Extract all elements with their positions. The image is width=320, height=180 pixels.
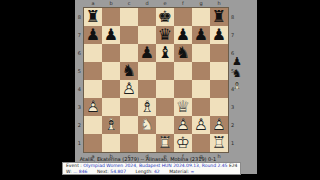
next-label: Next: (97, 169, 109, 174)
white-pawn-icon: ♙ (120, 80, 138, 98)
square-g3[interactable] (192, 98, 210, 116)
black-pawn-icon: ♟ (138, 44, 156, 62)
square-h3[interactable] (210, 98, 228, 116)
square-h1[interactable]: ♜♖ (210, 134, 228, 152)
square-b3[interactable] (102, 98, 120, 116)
square-f3[interactable]: ♛♕ (174, 98, 192, 116)
white-bishop-icon: ♗ (138, 98, 156, 116)
square-e6[interactable]: ♝ (156, 44, 174, 62)
white-piece-fill: ♟ (192, 116, 210, 134)
square-c8[interactable] (120, 8, 138, 26)
square-d1[interactable] (138, 134, 156, 152)
square-d4[interactable] (138, 80, 156, 98)
square-b1[interactable] (102, 134, 120, 152)
white-knight-icon: ♘ (138, 116, 156, 134)
white-bishop-icon: ♗ (102, 116, 120, 134)
white-rook-icon: ♖ (156, 134, 174, 152)
square-f8[interactable] (174, 8, 192, 26)
square-h6[interactable] (210, 44, 228, 62)
square-b5[interactable] (102, 62, 120, 80)
white-piece-fill: ♚ (174, 134, 192, 152)
square-e5[interactable] (156, 62, 174, 80)
white-piece-fill: ♝ (102, 116, 120, 134)
square-g5[interactable] (192, 62, 210, 80)
square-c7[interactable] (120, 26, 138, 44)
video-frame: abcdefgh abcdefgh 87654321 87654321 ♜♚♜♟… (0, 0, 320, 180)
square-d7[interactable] (138, 26, 156, 44)
white-pawn-icon: ♙ (210, 116, 228, 134)
square-h8[interactable]: ♜ (210, 8, 228, 26)
length-label: Length: (136, 169, 153, 174)
square-f6[interactable]: ♞ (174, 44, 192, 62)
square-h5[interactable] (210, 62, 228, 80)
white-stat-value: ... 846 (73, 169, 87, 174)
square-e7[interactable]: ♛ (156, 26, 174, 44)
rank-label-8: 8 (230, 8, 239, 26)
black-knight-icon: ♞ (120, 62, 138, 80)
rank-labels-left: 87654321 (74, 8, 83, 152)
rank-label-5: 5 (74, 62, 83, 80)
square-h4[interactable] (210, 80, 228, 98)
square-c5[interactable]: ♞ (120, 62, 138, 80)
stats-line: W: ... 846 Next: 54.807 Length: 42 Mater… (66, 169, 237, 175)
rank-label-1: 1 (74, 134, 83, 152)
file-label-f: f (174, 0, 192, 7)
square-e2[interactable] (156, 116, 174, 134)
square-e8[interactable]: ♚ (156, 8, 174, 26)
black-queen-icon: ♛ (156, 26, 174, 44)
white-pawn-icon: ♙ (84, 98, 102, 116)
square-c2[interactable] (120, 116, 138, 134)
black-rook-icon: ♜ (210, 8, 228, 26)
white-pawn-icon: ♙ (192, 116, 210, 134)
rank-label-6: 6 (74, 44, 83, 62)
square-g4[interactable] (192, 80, 210, 98)
file-label-d: d (138, 0, 156, 7)
square-a2[interactable] (84, 116, 102, 134)
square-f1[interactable]: ♚♔ (174, 134, 192, 152)
black-pawn-icon: ♟ (174, 26, 192, 44)
white-queen-icon: ♕ (174, 98, 192, 116)
square-a7[interactable]: ♟ (84, 26, 102, 44)
square-f4[interactable] (174, 80, 192, 98)
rank-label-4: 4 (74, 80, 83, 98)
black-knight-icon: ♞ (174, 44, 192, 62)
file-label-a: a (84, 0, 102, 7)
black-pawn-icon: ♟ (84, 26, 102, 44)
square-h7[interactable]: ♟ (210, 26, 228, 44)
square-b7[interactable]: ♟ (102, 26, 120, 44)
file-label-h: h (210, 0, 228, 7)
rank-label-2: 2 (230, 116, 239, 134)
white-king-icon: ♔ (174, 134, 192, 152)
black-king-icon: ♚ (156, 8, 174, 26)
white-piece-fill: ♝ (138, 98, 156, 116)
white-piece-fill: ♟ (174, 116, 192, 134)
square-g6[interactable] (192, 44, 210, 62)
white-bishop-icon: ♝♗ (230, 80, 244, 92)
square-a5[interactable] (84, 62, 102, 80)
square-g7[interactable]: ♟ (192, 26, 210, 44)
white-rook-icon: ♖ (210, 134, 228, 152)
rank-label-7: 7 (74, 26, 83, 44)
game-info-box: Event : Olympiad Women 2024, Budapest HU… (62, 162, 241, 175)
black-pawn-icon: ♟ (210, 26, 228, 44)
square-d6[interactable]: ♟ (138, 44, 156, 62)
square-d8[interactable] (138, 8, 156, 26)
square-f2[interactable]: ♟♙ (174, 116, 192, 134)
square-h2[interactable]: ♟♙ (210, 116, 228, 134)
square-f5[interactable] (174, 62, 192, 80)
white-stat-label: W: (66, 169, 72, 174)
square-g1[interactable] (192, 134, 210, 152)
event-value: Olympiad Women 2024, Budapest HUN 2024.0… (83, 163, 227, 168)
next-value: 54.807 (110, 169, 126, 174)
square-c4[interactable]: ♟♙ (120, 80, 138, 98)
white-piece-fill: ♜ (156, 134, 174, 152)
square-g2[interactable]: ♟♙ (192, 116, 210, 134)
square-a3[interactable]: ♟♙ (84, 98, 102, 116)
rank-label-8: 8 (74, 8, 83, 26)
square-a4[interactable] (84, 80, 102, 98)
white-piece-fill: ♟ (120, 80, 138, 98)
rank-label-2: 2 (74, 116, 83, 134)
black-pawn-icon: ♟ (192, 26, 210, 44)
black-pawn-icon: ♟ (102, 26, 120, 44)
white-piece-fill: ♛ (174, 98, 192, 116)
material-value: = (190, 169, 194, 174)
white-pawn-icon: ♙ (174, 116, 192, 134)
white-piece-fill: ♟ (84, 98, 102, 116)
eco-code: E24 (229, 163, 238, 168)
square-d3[interactable]: ♝♗ (138, 98, 156, 116)
file-label-g: g (192, 0, 210, 7)
square-d2[interactable]: ♞♘ (138, 116, 156, 134)
square-c1[interactable] (120, 134, 138, 152)
white-piece-fill: ♜ (210, 134, 228, 152)
square-e1[interactable]: ♜♖ (156, 134, 174, 152)
square-a6[interactable] (84, 44, 102, 62)
rank-label-7: 7 (230, 26, 239, 44)
square-c3[interactable] (120, 98, 138, 116)
length-value: 42 (154, 169, 160, 174)
square-b8[interactable] (102, 8, 120, 26)
square-e4[interactable] (156, 80, 174, 98)
square-d5[interactable] (138, 62, 156, 80)
square-b4[interactable] (102, 80, 120, 98)
file-label-b: b (102, 0, 120, 7)
captured-material-tray: ♟♞♝♗ (230, 56, 244, 92)
square-b6[interactable] (102, 44, 120, 62)
square-f7[interactable]: ♟ (174, 26, 192, 44)
rank-label-3: 3 (230, 98, 239, 116)
file-labels-top: abcdefgh (84, 0, 228, 7)
chess-board: ♜♚♜♟♟♛♟♟♟♟♝♞♞♟♙♟♙♝♗♛♕♝♗♞♘♟♙♟♙♟♙♜♖♚♔♜♖ (84, 8, 228, 152)
square-g8[interactable] (192, 8, 210, 26)
white-piece-fill: ♞ (138, 116, 156, 134)
white-piece-fill: ♟ (210, 116, 228, 134)
file-label-e: e (156, 0, 174, 7)
event-label: Event : (66, 163, 82, 168)
black-rook-icon: ♜ (84, 8, 102, 26)
square-b2[interactable]: ♝♗ (102, 116, 120, 134)
black-bishop-icon: ♝ (156, 44, 174, 62)
file-label-c: c (120, 0, 138, 7)
square-a1[interactable] (84, 134, 102, 152)
square-a8[interactable]: ♜ (84, 8, 102, 26)
rank-label-1: 1 (230, 134, 239, 152)
square-c6[interactable] (120, 44, 138, 62)
rank-label-3: 3 (74, 98, 83, 116)
square-e3[interactable] (156, 98, 174, 116)
material-label: Material: (169, 169, 189, 174)
